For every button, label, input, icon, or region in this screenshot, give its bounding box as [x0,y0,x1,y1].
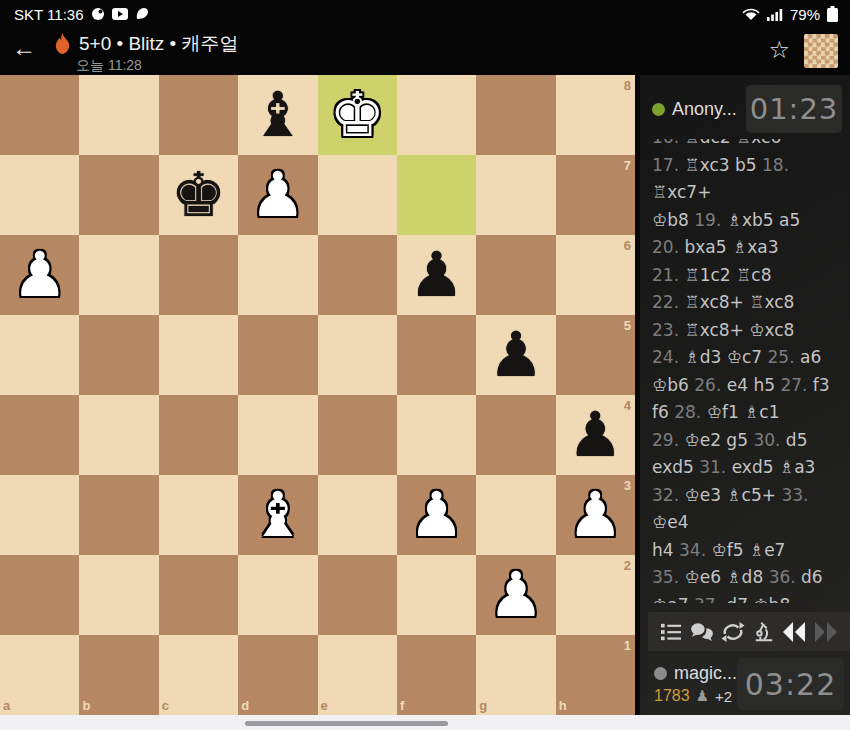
square-c1[interactable]: c [159,635,238,715]
square-d4[interactable] [238,395,317,475]
square-g7[interactable] [476,155,555,235]
player-top-name[interactable]: Anony... [652,99,737,120]
piece-bP-g5[interactable]: ♟ [476,315,555,395]
square-f4[interactable] [397,395,476,475]
offline-dot-icon [654,667,667,680]
file-label-e: e [321,699,328,712]
rank-label-5: 5 [624,319,631,332]
move-line[interactable]: 32. ♔e3 ♗c5+ 33. ♔e4 [652,482,846,537]
player-bottom-clock: 03:22 [737,658,844,710]
square-g4[interactable] [476,395,555,475]
move-line[interactable]: f6 28. ♔f1 ♗c1 [652,399,846,427]
board-thumbnail[interactable] [804,34,838,68]
file-label-h: h [559,699,567,712]
piece-wP-f3[interactable]: ♟ [397,475,476,555]
square-c7[interactable]: ♚ [159,155,238,235]
square-c8[interactable] [159,75,238,155]
move-line[interactable]: 16. ♖dc2 ♖xc6 [652,139,846,152]
analysis-icon[interactable] [753,621,775,643]
square-h5[interactable]: 5 [556,315,635,395]
player-bottom-name[interactable]: magic... [654,663,737,684]
move-line[interactable]: 21. ♖1c2 ♖c8 [652,262,846,290]
chat-icon[interactable] [690,622,714,642]
move-toolbar [648,612,850,651]
gesture-bar [0,715,850,730]
square-b8[interactable] [79,75,158,155]
player-top-clock: 01:23 [746,85,842,133]
piece-wP-a6[interactable]: ♟ [0,235,79,315]
square-c6[interactable] [159,235,238,315]
move-line[interactable]: 29. ♔e2 g5 30. d5 [652,427,846,455]
move-line[interactable]: 17. ♖xc3 b5 18. ♖xc7+ [652,152,846,207]
square-b1[interactable]: b [79,635,158,715]
move-line[interactable]: 22. ♖xc8+ ♖xc8 [652,289,846,317]
forward-icon[interactable] [814,622,838,642]
square-g1[interactable]: g [476,635,555,715]
square-c5[interactable] [159,315,238,395]
rank-label-6: 6 [624,239,631,252]
square-b7[interactable] [79,155,158,235]
move-line[interactable]: ♔a7 37. d7 ♔b8 [652,592,846,604]
file-label-d: d [241,699,249,712]
square-f7[interactable] [397,155,476,235]
square-h3[interactable]: 3♟ [556,475,635,555]
rank-label-7: 7 [624,159,631,172]
square-f2[interactable] [397,555,476,635]
piece-bB-d8[interactable]: ♝ [238,75,317,155]
square-h1[interactable]: h1 [556,635,635,715]
square-c3[interactable] [159,475,238,555]
square-g5[interactable]: ♟ [476,315,555,395]
square-f8[interactable] [397,75,476,155]
material-diff: +2 [715,688,732,705]
piece-wP-d7[interactable]: ♟ [238,155,317,235]
back-button[interactable]: ← [12,36,36,60]
piece-wP-h3[interactable]: ♟ [556,475,635,555]
square-b5[interactable] [79,315,158,395]
battery-icon [827,6,838,22]
square-e3[interactable] [318,475,397,555]
move-line[interactable]: ♔b8 19. ♗xb5 a5 [652,207,846,235]
square-h2[interactable]: 2 [556,555,635,635]
side-panel: Anony... 01:23 16. ♖dc2 ♖xc617. ♖xc3 b5 … [640,75,850,715]
square-c4[interactable] [159,395,238,475]
square-d7[interactable]: ♟ [238,155,317,235]
game-date: 오늘 11:28 [76,57,142,75]
square-h4[interactable]: 4♟ [556,395,635,475]
move-list[interactable]: 16. ♖dc2 ♖xc617. ♖xc3 b5 18. ♖xc7+♔b8 19… [652,139,846,603]
square-g3[interactable] [476,475,555,555]
messenger-icon [135,7,149,21]
file-label-f: f [400,699,404,712]
square-f1[interactable]: f [397,635,476,715]
signal-icon [767,8,783,21]
piece-bP-h4[interactable]: ♟ [556,395,635,475]
square-d3[interactable]: ♝ [238,475,317,555]
square-e4[interactable] [318,395,397,475]
file-label-b: b [82,699,90,712]
move-line[interactable]: 24. ♗d3 ♔c7 25. a6 [652,344,846,372]
square-h8[interactable]: 8 [556,75,635,155]
square-d2[interactable] [238,555,317,635]
file-label-a: a [3,699,10,712]
square-a3[interactable] [0,475,79,555]
square-a7[interactable] [0,155,79,235]
piece-bK-c7[interactable]: ♚ [159,155,238,235]
player-rating: 1783 [654,687,690,705]
square-d6[interactable] [238,235,317,315]
square-g2[interactable]: ♟ [476,555,555,635]
menu-list-icon[interactable] [660,622,682,642]
battery-percent-label: 79% [790,6,820,23]
rank-label-8: 8 [624,79,631,92]
player-bottom-row: magic... 1783 ♟ +2 03:22 [648,655,850,713]
square-h7[interactable]: 7 [556,155,635,235]
square-a2[interactable] [0,555,79,635]
move-line[interactable]: 23. ♖xc8+ ♔xc8 [652,317,846,345]
square-e1[interactable]: e [318,635,397,715]
player-top-name-label: Anony... [672,99,737,120]
rank-label-2: 2 [624,559,631,572]
pawn-icon: ♟ [696,687,709,705]
square-d1[interactable]: d [238,635,317,715]
square-g6[interactable] [476,235,555,315]
square-b4[interactable] [79,395,158,475]
flip-board-icon[interactable] [721,621,745,643]
blitz-flame-icon [54,33,71,55]
square-f6[interactable]: ♟ [397,235,476,315]
wifi-icon [742,7,760,21]
rewind-icon[interactable] [782,622,806,642]
square-a1[interactable]: a [0,635,79,715]
move-line[interactable]: 20. bxa5 ♗xa3 [652,234,846,262]
piece-wB-d3[interactable]: ♝ [238,475,317,555]
game-header: ← 5+0 • Blitz • 캐주얼 오늘 11:28 ☆ [0,26,850,75]
piece-bP-f6[interactable]: ♟ [397,235,476,315]
square-a6[interactable]: ♟ [0,235,79,315]
square-e5[interactable] [318,315,397,395]
square-e7[interactable] [318,155,397,235]
square-f5[interactable] [397,315,476,395]
youtube-icon [112,8,128,20]
gesture-pill[interactable] [245,721,448,726]
file-label-g: g [479,699,487,712]
square-d8[interactable]: ♝ [238,75,317,155]
square-d5[interactable] [238,315,317,395]
player-top-row: Anony... 01:23 [652,83,842,135]
online-dot-icon [652,103,665,116]
square-a5[interactable] [0,315,79,395]
square-c2[interactable] [159,555,238,635]
square-h6[interactable]: 6 [556,235,635,315]
app-circle-icon [91,7,105,21]
app-screen: SKT 11:36 79% ← [0,0,850,730]
player-bottom-name-label: magic... [674,663,737,684]
square-g8[interactable] [476,75,555,155]
piece-wP-g2[interactable]: ♟ [476,555,555,635]
square-b6[interactable] [79,235,158,315]
file-label-c: c [162,699,169,712]
rank-label-1: 1 [624,639,631,652]
square-b2[interactable] [79,555,158,635]
move-line[interactable]: ♔b6 26. e4 h5 27. f3 [652,372,846,400]
square-e2[interactable] [318,555,397,635]
carrier-time-label: SKT 11:36 [14,6,84,23]
move-line[interactable]: h4 34. ♔f5 ♗e7 [652,537,846,565]
piece-wK-e8[interactable]: ♚ [318,75,397,155]
game-title: 5+0 • Blitz • 캐주얼 [79,31,239,57]
move-line[interactable]: exd5 31. exd5 ♗a3 [652,454,846,482]
square-b3[interactable] [79,475,158,555]
move-line[interactable]: 35. ♔e6 ♗d8 36. d6 [652,564,846,592]
square-e6[interactable] [318,235,397,315]
square-f3[interactable]: ♟ [397,475,476,555]
chess-board: ♝♚8♚♟7♟♟6♟54♟♝♟3♟♟2abcdefgh1 [0,75,635,715]
bookmark-star-button[interactable]: ☆ [768,38,790,62]
square-a4[interactable] [0,395,79,475]
square-e8[interactable]: ♚ [318,75,397,155]
square-a8[interactable] [0,75,79,155]
status-bar: SKT 11:36 79% [0,0,850,26]
